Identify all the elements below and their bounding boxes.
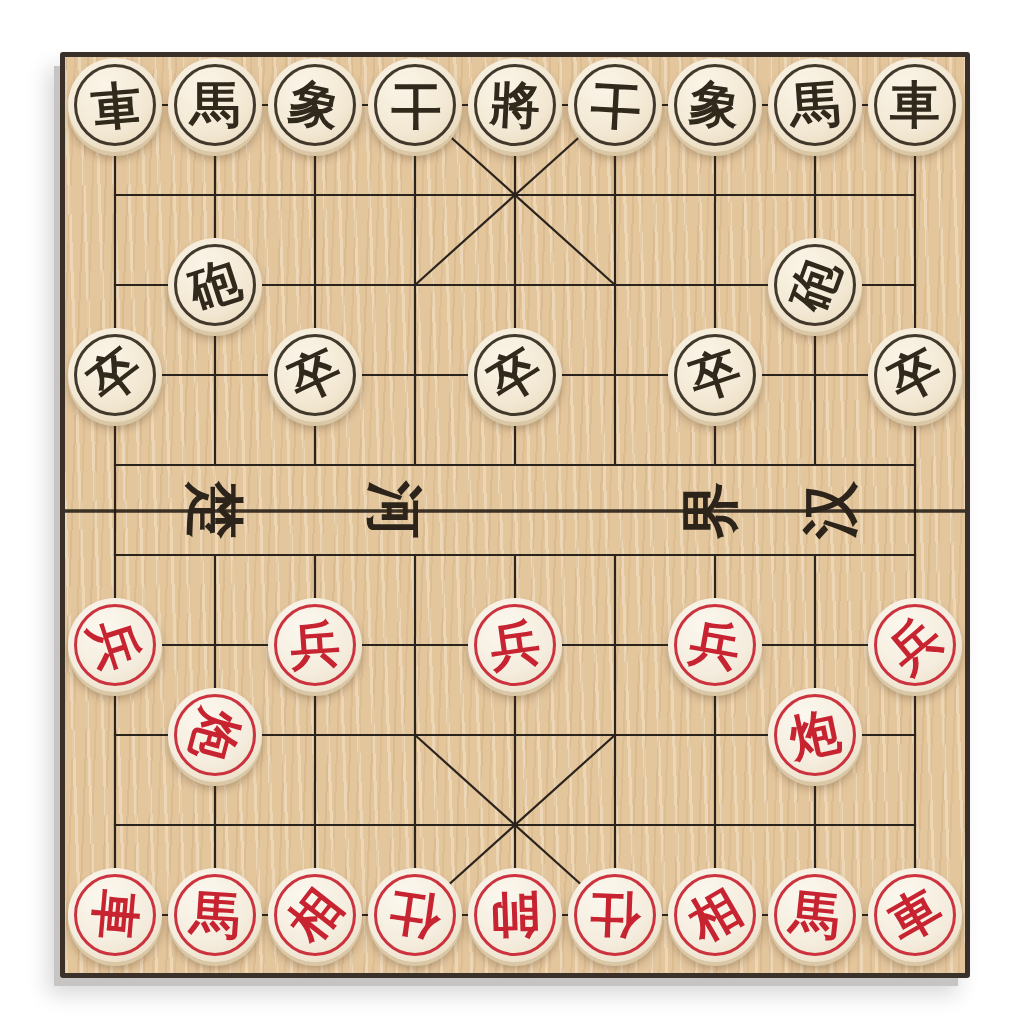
black-piece-將[interactable]: 將: [468, 58, 562, 152]
piece-glyph: 象: [687, 77, 743, 133]
black-piece-馬[interactable]: 馬: [168, 58, 262, 152]
black-piece-卒[interactable]: 卒: [868, 328, 962, 422]
piece-glyph: 車: [881, 881, 949, 949]
black-piece-卒[interactable]: 卒: [268, 328, 362, 422]
red-piece-馬[interactable]: 馬: [768, 868, 862, 962]
piece-glyph: 相: [681, 881, 749, 949]
piece-glyph: 車: [88, 888, 142, 942]
piece-glyph: 馬: [188, 888, 241, 941]
black-piece-砲[interactable]: 砲: [168, 238, 262, 332]
black-piece-車[interactable]: 車: [868, 58, 962, 152]
black-piece-卒[interactable]: 卒: [468, 328, 562, 422]
piece-glyph: 士: [390, 80, 440, 130]
black-piece-士[interactable]: 士: [568, 58, 662, 152]
river-char-chu: 楚: [186, 481, 244, 539]
river-char-jie: 界: [681, 481, 739, 539]
piece-glyph: 砲: [183, 253, 246, 316]
piece-glyph: 砲: [783, 253, 847, 317]
red-piece-炮[interactable]: 炮: [768, 688, 862, 782]
piece-glyph: 卒: [282, 342, 348, 408]
black-piece-砲[interactable]: 砲: [768, 238, 862, 332]
black-piece-卒[interactable]: 卒: [68, 328, 162, 422]
piece-glyph: 馬: [788, 78, 841, 131]
red-piece-兵[interactable]: 兵: [468, 598, 562, 692]
river-char-he: 河: [366, 481, 424, 539]
red-piece-兵[interactable]: 兵: [868, 598, 962, 692]
piece-glyph: 馬: [190, 80, 240, 130]
piece-glyph: 卒: [881, 341, 949, 409]
red-piece-車[interactable]: 車: [868, 868, 962, 962]
piece-glyph: 象: [285, 75, 344, 134]
black-piece-士[interactable]: 士: [368, 58, 462, 152]
piece-glyph: 兵: [686, 616, 744, 674]
piece-glyph: 兵: [880, 610, 950, 680]
piece-glyph: 車: [88, 78, 142, 132]
piece-glyph: 將: [489, 79, 542, 132]
river-char-han: 汉: [801, 481, 859, 539]
piece-glyph: 卒: [481, 341, 550, 410]
piece-glyph: 炮: [785, 705, 844, 764]
xiangqi-board: 楚 河 界 汉 車馬象士將士象馬車砲砲卒卒卒卒卒兵兵兵兵兵炮炮車馬相仕帥仕相馬車: [60, 52, 970, 978]
piece-glyph: 車: [890, 80, 940, 130]
red-piece-車[interactable]: 車: [68, 868, 162, 962]
red-piece-帥[interactable]: 帥: [468, 868, 562, 962]
piece-glyph: 馬: [788, 888, 843, 943]
piece-glyph: 帥: [489, 889, 541, 941]
product-photo: 楚 河 界 汉 車馬象士將士象馬車砲砲卒卒卒卒卒兵兵兵兵兵炮炮車馬相仕帥仕相馬車: [0, 0, 1024, 1024]
red-piece-兵[interactable]: 兵: [268, 598, 362, 692]
red-piece-仕[interactable]: 仕: [368, 868, 462, 962]
piece-glyph: 兵: [487, 617, 543, 673]
red-piece-仕[interactable]: 仕: [568, 868, 662, 962]
piece-glyph: 兵: [288, 618, 341, 671]
piece-glyph: 兵: [83, 613, 146, 676]
red-piece-兵[interactable]: 兵: [668, 598, 762, 692]
piece-glyph: 卒: [80, 340, 150, 410]
black-piece-象[interactable]: 象: [668, 58, 762, 152]
black-piece-馬[interactable]: 馬: [768, 58, 862, 152]
black-piece-車[interactable]: 車: [68, 58, 162, 152]
piece-glyph: 卒: [683, 343, 746, 406]
red-piece-炮[interactable]: 炮: [168, 688, 262, 782]
piece-glyph: 士: [589, 79, 642, 132]
piece-glyph: 仕: [589, 889, 641, 941]
black-piece-象[interactable]: 象: [268, 58, 362, 152]
red-piece-兵[interactable]: 兵: [68, 598, 162, 692]
red-piece-相[interactable]: 相: [668, 868, 762, 962]
black-piece-卒[interactable]: 卒: [668, 328, 762, 422]
red-piece-馬[interactable]: 馬: [168, 868, 262, 962]
piece-glyph: 仕: [387, 887, 443, 943]
piece-glyph: 相: [280, 880, 350, 950]
red-piece-相[interactable]: 相: [268, 868, 362, 962]
piece-glyph: 炮: [184, 704, 245, 765]
